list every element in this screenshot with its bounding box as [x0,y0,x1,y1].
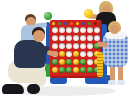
cell-r6c5-green-disc [80,67,86,73]
cell-r2c4-empty [73,35,79,41]
decor-dot [64,22,67,25]
cell-r4c5-empty [80,51,86,57]
cell-r5c5-green-disc [80,59,86,65]
girl-leg [118,66,123,81]
board-grid [52,26,100,74]
cell-r3c1-empty [52,43,58,49]
cell-r5c4-yellow-disc [73,59,79,65]
cell-r5c3-green-disc [66,59,72,65]
cell-r6c4-yellow-disc [73,67,79,73]
cell-r1c3-empty [66,27,72,33]
cell-r4c3-empty [66,51,72,57]
cell-r2c6-empty [87,35,93,41]
girl-leg [110,66,115,81]
cell-r1c5-empty [80,27,86,33]
photo-scene [0,0,133,100]
cell-r2c7-empty [94,35,100,41]
decor-dot [76,22,79,25]
girl-dress [103,35,128,67]
decor-dot [94,22,97,25]
decor-dot [70,22,73,25]
cell-r1c2-empty [59,27,65,33]
man-head [33,30,45,42]
decor-dot [82,22,85,25]
cell-r2c5-empty [80,35,86,41]
decor-dot [52,22,55,25]
cell-r1c1-empty [52,27,58,33]
cell-r1c4-empty [73,27,79,33]
cell-r1c6-empty [87,27,93,33]
decor-band [52,21,100,25]
cell-r2c3-empty [66,35,72,41]
cell-r3c4-empty [73,43,79,49]
man-shoe [27,84,40,94]
girl-shoe [117,80,125,85]
cell-r3c6-empty [87,43,93,49]
cell-r5c1-green-disc [52,59,58,65]
decor-dot [58,22,61,25]
cell-r4c6-empty [87,51,93,57]
man-shoe [2,84,24,94]
yellow-ball-on-top [84,9,93,18]
cell-r6c6-green-disc [87,67,93,73]
cell-r4c4-yellow-disc [73,51,79,57]
cell-r2c1-empty [52,35,58,41]
cell-r6c1-yellow-disc [52,67,58,73]
cell-r3c3-empty [66,43,72,49]
cell-r4c2-yellow-disc [59,51,65,57]
cell-r6c3-green-disc [66,67,72,73]
cell-r3c2-empty [59,43,65,49]
cell-r5c6-empty [87,59,93,65]
cell-r6c2-green-disc [59,67,65,73]
decor-dot [88,22,91,25]
green-ball-on-top [44,12,52,20]
cell-r3c5-empty [80,43,86,49]
cell-r1c7-empty [94,27,100,33]
girl-shoe [108,80,116,85]
girl-face [110,25,119,34]
man-torso [14,40,46,68]
cell-r2c2-empty [59,35,65,41]
cell-r5c2-yellow-disc [59,59,65,65]
